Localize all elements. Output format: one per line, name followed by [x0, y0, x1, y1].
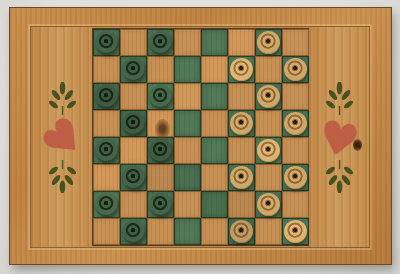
square-r8c8[interactable]: [282, 218, 309, 245]
square-r4c8[interactable]: [282, 110, 309, 137]
tray-floor: ♥ ♥: [31, 27, 369, 247]
green-piece[interactable]: [122, 58, 145, 81]
square-r3c5[interactable]: [201, 83, 228, 110]
square-r2c6[interactable]: [228, 56, 255, 83]
square-r7c4[interactable]: [174, 191, 201, 218]
square-r8c5[interactable]: [201, 218, 228, 245]
square-r6c4[interactable]: [174, 164, 201, 191]
square-r4c5[interactable]: [201, 110, 228, 137]
square-r5c6[interactable]: [228, 137, 255, 164]
square-r2c8[interactable]: [282, 56, 309, 83]
green-piece[interactable]: [122, 220, 145, 243]
square-r8c1[interactable]: [93, 218, 120, 245]
square-r1c5[interactable]: [201, 29, 228, 56]
square-r2c2[interactable]: [120, 56, 147, 83]
green-piece[interactable]: [122, 166, 145, 189]
square-r3c2[interactable]: [120, 83, 147, 110]
green-piece[interactable]: [149, 139, 172, 162]
square-r3c6[interactable]: [228, 83, 255, 110]
square-r3c7[interactable]: [255, 83, 282, 110]
heart-icon: ♥: [34, 108, 91, 165]
square-r6c3[interactable]: [147, 164, 174, 191]
wood-piece[interactable]: [257, 85, 280, 108]
square-r6c5[interactable]: [201, 164, 228, 191]
square-r5c4[interactable]: [174, 137, 201, 164]
green-piece[interactable]: [95, 139, 118, 162]
green-piece[interactable]: [95, 85, 118, 108]
square-r8c7[interactable]: [255, 218, 282, 245]
wood-piece[interactable]: [257, 193, 280, 216]
square-r7c1[interactable]: [93, 191, 120, 218]
checkers-board-tray: ♥ ♥: [10, 8, 391, 264]
square-r3c4[interactable]: [174, 83, 201, 110]
square-r4c7[interactable]: [255, 110, 282, 137]
square-r1c1[interactable]: [93, 29, 120, 56]
square-r7c2[interactable]: [120, 191, 147, 218]
square-r6c2[interactable]: [120, 164, 147, 191]
wood-knot: [353, 139, 362, 151]
heart-icon: ♥: [315, 113, 363, 161]
checkers-board: [93, 29, 309, 245]
leaf-sprig-icon: [326, 160, 353, 193]
square-r7c7[interactable]: [255, 191, 282, 218]
square-r2c4[interactable]: [174, 56, 201, 83]
square-r6c8[interactable]: [282, 164, 309, 191]
square-r7c5[interactable]: [201, 191, 228, 218]
square-r6c7[interactable]: [255, 164, 282, 191]
square-r8c2[interactable]: [120, 218, 147, 245]
square-r8c6[interactable]: [228, 218, 255, 245]
wood-piece[interactable]: [284, 166, 307, 189]
square-r3c8[interactable]: [282, 83, 309, 110]
square-r7c8[interactable]: [282, 191, 309, 218]
wood-piece[interactable]: [230, 220, 253, 243]
right-panel: ♥: [309, 27, 369, 247]
green-piece[interactable]: [149, 193, 172, 216]
green-piece[interactable]: [122, 112, 145, 135]
square-r1c7[interactable]: [255, 29, 282, 56]
square-r1c3[interactable]: [147, 29, 174, 56]
square-r4c3[interactable]: [147, 110, 174, 137]
square-r1c4[interactable]: [174, 29, 201, 56]
green-piece[interactable]: [95, 193, 118, 216]
square-r2c3[interactable]: [147, 56, 174, 83]
wood-piece[interactable]: [230, 166, 253, 189]
square-r8c4[interactable]: [174, 218, 201, 245]
wood-piece[interactable]: [284, 220, 307, 243]
square-r8c3[interactable]: [147, 218, 174, 245]
green-piece[interactable]: [149, 31, 172, 54]
wood-piece[interactable]: [257, 139, 280, 162]
wood-piece[interactable]: [257, 31, 280, 54]
square-r4c2[interactable]: [120, 110, 147, 137]
square-r6c1[interactable]: [93, 164, 120, 191]
green-piece[interactable]: [95, 31, 118, 54]
leaf-sprig-icon: [49, 160, 76, 193]
square-r2c1[interactable]: [93, 56, 120, 83]
square-r3c3[interactable]: [147, 83, 174, 110]
left-panel: ♥: [31, 27, 93, 247]
square-r2c7[interactable]: [255, 56, 282, 83]
square-r5c1[interactable]: [93, 137, 120, 164]
square-r4c6[interactable]: [228, 110, 255, 137]
square-r1c8[interactable]: [282, 29, 309, 56]
green-piece[interactable]: [149, 85, 172, 108]
square-r4c1[interactable]: [93, 110, 120, 137]
square-r5c3[interactable]: [147, 137, 174, 164]
square-r5c8[interactable]: [282, 137, 309, 164]
wood-piece[interactable]: [230, 112, 253, 135]
wood-piece[interactable]: [284, 112, 307, 135]
square-r1c2[interactable]: [120, 29, 147, 56]
square-r7c3[interactable]: [147, 191, 174, 218]
photo-background: ♥ ♥: [0, 0, 400, 274]
square-r5c2[interactable]: [120, 137, 147, 164]
square-r6c6[interactable]: [228, 164, 255, 191]
square-r5c7[interactable]: [255, 137, 282, 164]
square-r4c4[interactable]: [174, 110, 201, 137]
square-r7c6[interactable]: [228, 191, 255, 218]
square-r3c1[interactable]: [93, 83, 120, 110]
square-r1c6[interactable]: [228, 29, 255, 56]
wood-piece[interactable]: [284, 58, 307, 81]
square-r5c5[interactable]: [201, 137, 228, 164]
square-r2c5[interactable]: [201, 56, 228, 83]
wood-piece[interactable]: [230, 58, 253, 81]
